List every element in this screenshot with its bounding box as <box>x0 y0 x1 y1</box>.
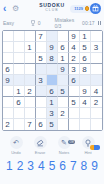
header: ‹ ⚙ SUDOKU CLUB 1129 <box>0 0 104 17</box>
gift-icon <box>92 5 99 12</box>
coin-count: 1129 <box>74 6 83 11</box>
cell-r4c4[interactable] <box>36 64 47 75</box>
cell-r5c3[interactable] <box>25 75 36 86</box>
cell-r9c4[interactable]: 6 <box>36 119 47 130</box>
cell-r5c9[interactable] <box>91 75 102 86</box>
sudoku-board: 79119645358126693893612659461542322765 <box>2 30 103 131</box>
cell-r4c2[interactable] <box>14 64 25 75</box>
back-icon[interactable]: ‹ <box>3 4 10 14</box>
cell-r2c7[interactable]: 4 <box>69 42 80 53</box>
cell-r4c9[interactable] <box>91 64 102 75</box>
cell-r3c4[interactable]: 5 <box>36 53 47 64</box>
numpad-key-5[interactable]: 5 <box>49 159 56 173</box>
cell-r8c2[interactable] <box>14 108 25 119</box>
cell-r1c6[interactable] <box>58 31 69 42</box>
numpad-key-1[interactable]: 1 <box>6 159 13 173</box>
hint-button[interactable]: Hint <box>78 136 98 155</box>
cell-r7c1[interactable] <box>3 97 14 108</box>
cell-r6c1[interactable] <box>3 86 14 97</box>
score-value: 0 <box>38 20 41 26</box>
cell-r9c5[interactable]: 5 <box>47 119 58 130</box>
numpad-key-2[interactable]: 2 <box>17 159 24 173</box>
cell-r1c7[interactable]: 9 <box>69 31 80 42</box>
numpad-key-8[interactable]: 8 <box>81 159 88 173</box>
undo-arrow-icon: ↶ <box>13 139 19 146</box>
settings-gear-icon[interactable]: ⚙ <box>12 5 19 13</box>
trophy-icon <box>30 20 36 26</box>
cell-r9c6[interactable] <box>58 119 69 130</box>
cell-r7c8[interactable]: 4 <box>80 97 91 108</box>
cell-r8c9[interactable] <box>91 108 102 119</box>
cell-r2c3[interactable]: 1 <box>25 42 36 53</box>
cell-r2c9[interactable]: 3 <box>91 42 102 53</box>
sudoku-grid: 79119645358126693893612659461542322765 <box>3 31 102 130</box>
cell-r2c5[interactable]: 9 <box>47 42 58 53</box>
cell-r2c8[interactable]: 5 <box>80 42 91 53</box>
score-group: 0 <box>30 20 40 26</box>
cell-r4c1[interactable]: 6 <box>3 64 14 75</box>
cell-r3c5[interactable]: 8 <box>47 53 58 64</box>
notes-label: Notes <box>59 150 69 155</box>
undo-label: Undo <box>11 150 21 155</box>
cell-r9c1[interactable]: 2 <box>3 119 14 130</box>
cell-r7c2[interactable]: 6 <box>14 97 25 108</box>
cell-r8c7[interactable] <box>69 108 80 119</box>
pause-button[interactable] <box>97 21 101 26</box>
cell-r5c1[interactable]: 9 <box>3 75 14 86</box>
cell-r8c8[interactable] <box>80 108 91 119</box>
cell-r7c7[interactable]: 5 <box>69 97 80 108</box>
cell-r2c2[interactable] <box>14 42 25 53</box>
undo-button[interactable]: ↶ Undo <box>6 136 26 155</box>
cell-r8c3[interactable] <box>25 108 36 119</box>
cell-r1c8[interactable]: 1 <box>80 31 91 42</box>
hint-label: Hint <box>84 150 91 155</box>
cell-r8c6[interactable]: 2 <box>58 108 69 119</box>
cell-r6c4[interactable] <box>36 86 47 97</box>
cell-r9c2[interactable] <box>14 119 25 130</box>
cell-r2c6[interactable]: 6 <box>58 42 69 53</box>
cell-r5c7[interactable]: 6 <box>69 75 80 86</box>
cell-r7c6[interactable] <box>58 97 69 108</box>
cell-r3c3[interactable] <box>25 53 36 64</box>
numpad-key-6[interactable]: 6 <box>59 159 66 173</box>
cell-r4c3[interactable] <box>25 64 36 75</box>
cell-r4c7[interactable]: 3 <box>69 64 80 75</box>
toolbar: ↶ Undo Erase ✎ Off Notes Hint <box>0 136 104 155</box>
erase-button[interactable]: Erase <box>30 136 50 155</box>
cell-r8c1[interactable] <box>3 108 14 119</box>
cell-r1c3[interactable] <box>25 31 36 42</box>
erase-label: Erase <box>35 150 45 155</box>
cell-r6c5[interactable]: 6 <box>47 86 58 97</box>
cell-r9c9[interactable] <box>91 119 102 130</box>
cell-r7c3[interactable] <box>25 97 36 108</box>
cell-r5c2[interactable] <box>14 75 25 86</box>
cell-r5c4[interactable]: 3 <box>36 75 47 86</box>
pencil-icon: ✎ <box>61 139 67 146</box>
cell-r3c2[interactable] <box>14 53 25 64</box>
cell-r3c9[interactable] <box>91 53 102 64</box>
cell-r4c6[interactable]: 9 <box>58 64 69 75</box>
notes-button[interactable]: ✎ Off Notes <box>54 136 74 155</box>
cell-r1c1[interactable] <box>3 31 14 42</box>
cell-r8c5[interactable]: 3 <box>47 108 58 119</box>
cell-r8c4[interactable] <box>36 108 47 119</box>
hint-badge <box>90 145 100 150</box>
numpad-key-9[interactable]: 9 <box>91 159 98 173</box>
cell-r2c4[interactable] <box>36 42 47 53</box>
cell-r7c5[interactable]: 1 <box>47 97 58 108</box>
cell-r3c7[interactable]: 2 <box>69 53 80 64</box>
cell-r3c8[interactable]: 6 <box>80 53 91 64</box>
cell-r1c5[interactable] <box>47 31 58 42</box>
cell-r1c4[interactable]: 7 <box>36 31 47 42</box>
coin-icon <box>85 6 90 11</box>
cell-r5c5[interactable] <box>47 75 58 86</box>
eraser-icon <box>36 139 44 147</box>
cell-r4c8[interactable]: 8 <box>80 64 91 75</box>
cell-r9c8[interactable] <box>80 119 91 130</box>
numpad-key-7[interactable]: 7 <box>70 159 77 173</box>
cell-r6c7[interactable] <box>69 86 80 97</box>
status-bar: Easy 0 Mistakes 0/3 00:17 <box>0 17 104 29</box>
cell-r4c5[interactable] <box>47 64 58 75</box>
cell-r1c2[interactable] <box>14 31 25 42</box>
cell-r3c6[interactable]: 1 <box>58 53 69 64</box>
difficulty-label[interactable]: Easy <box>3 20 14 26</box>
cell-r5c8[interactable] <box>80 75 91 86</box>
number-pad: 1 2 3 4 5 6 7 8 9 <box>0 159 104 173</box>
cell-r2c1[interactable] <box>3 42 14 53</box>
numpad-key-3[interactable]: 3 <box>27 159 34 173</box>
cell-r5c6[interactable] <box>58 75 69 86</box>
cell-r6c8[interactable]: 9 <box>80 86 91 97</box>
rewards-button[interactable] <box>90 3 101 14</box>
notes-off-badge: Off <box>68 140 75 144</box>
numpad-key-4[interactable]: 4 <box>38 159 45 173</box>
cell-r9c7[interactable] <box>69 119 80 130</box>
mistakes-counter: Mistakes 0/3 <box>54 17 82 29</box>
cell-r6c3[interactable]: 2 <box>25 86 36 97</box>
cell-r9c3[interactable]: 7 <box>25 119 36 130</box>
cell-r3c1[interactable] <box>3 53 14 64</box>
timer: 00:17 <box>82 20 95 26</box>
cell-r6c6[interactable]: 5 <box>58 86 69 97</box>
cell-r6c9[interactable]: 4 <box>91 86 102 97</box>
cell-r1c9[interactable] <box>91 31 102 42</box>
cell-r7c4[interactable] <box>36 97 47 108</box>
cell-r6c2[interactable]: 1 <box>14 86 25 97</box>
cell-r7c9[interactable]: 2 <box>91 97 102 108</box>
